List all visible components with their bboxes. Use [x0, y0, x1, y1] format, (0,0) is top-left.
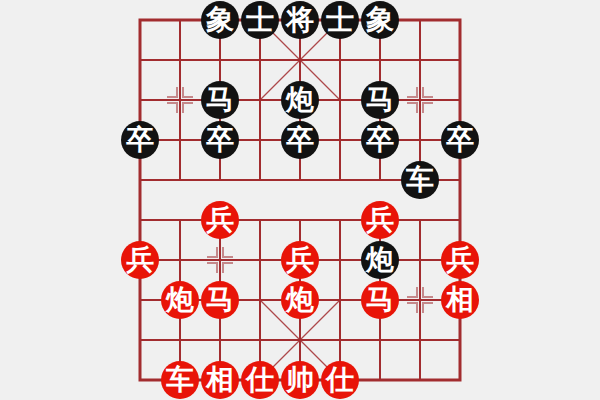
board-point-4-4[interactable] [280, 160, 320, 200]
black-soldier[interactable]: 卒 [121, 121, 159, 159]
red-soldier[interactable]: 兵 [281, 241, 319, 279]
board-point-2-3[interactable]: 卒 [200, 120, 240, 160]
board-point-3-8[interactable] [240, 320, 280, 360]
board-point-7-9[interactable] [400, 360, 440, 400]
board-point-5-7[interactable] [320, 280, 360, 320]
board-point-1-7[interactable]: 炮 [160, 280, 200, 320]
point-marker-corner [182, 87, 193, 98]
board-point-4-8[interactable] [280, 320, 320, 360]
point-marker-corner [422, 87, 433, 98]
black-advisor[interactable]: 士 [241, 1, 279, 39]
board-point-7-7[interactable] [400, 280, 440, 320]
board-point-6-4[interactable] [360, 160, 400, 200]
board-point-8-2[interactable] [440, 80, 480, 120]
black-elephant[interactable]: 象 [201, 1, 239, 39]
board-point-3-6[interactable] [240, 240, 280, 280]
board-point-2-1[interactable] [200, 40, 240, 80]
point-marker-corner [167, 87, 178, 98]
point-marker-corner [207, 262, 218, 273]
board-point-0-2[interactable] [120, 80, 160, 120]
board-point-4-1[interactable] [280, 40, 320, 80]
black-cannon[interactable]: 炮 [361, 241, 399, 279]
point-marker-corner [222, 262, 233, 273]
black-chariot[interactable]: 车 [401, 161, 439, 199]
board-point-7-8[interactable] [400, 320, 440, 360]
red-elephant[interactable]: 相 [201, 361, 239, 399]
red-soldier[interactable]: 兵 [361, 201, 399, 239]
board-point-0-9[interactable] [120, 360, 160, 400]
board-point-1-1[interactable] [160, 40, 200, 80]
black-general[interactable]: 将 [281, 1, 319, 39]
point-marker-corner [407, 87, 418, 98]
red-advisor[interactable]: 仕 [241, 361, 279, 399]
board-point-6-8[interactable] [360, 320, 400, 360]
board-point-8-9[interactable] [440, 360, 480, 400]
black-elephant[interactable]: 象 [361, 1, 399, 39]
black-soldier[interactable]: 卒 [201, 121, 239, 159]
board-point-6-2[interactable]: 马 [360, 80, 400, 120]
board-point-4-2[interactable]: 炮 [280, 80, 320, 120]
board-point-4-5[interactable] [280, 200, 320, 240]
board-point-8-5[interactable] [440, 200, 480, 240]
point-marker-corner [407, 102, 418, 113]
point-marker [167, 87, 193, 113]
black-horse[interactable]: 马 [361, 81, 399, 119]
board-point-0-4[interactable] [120, 160, 160, 200]
point-marker-corner [422, 302, 433, 313]
board-point-5-6[interactable] [320, 240, 360, 280]
board-point-0-8[interactable] [120, 320, 160, 360]
board-point-4-7[interactable]: 炮 [280, 280, 320, 320]
board-point-6-5[interactable]: 兵 [360, 200, 400, 240]
board-point-4-0[interactable]: 将 [280, 0, 320, 40]
board-point-2-7[interactable]: 马 [200, 280, 240, 320]
board-point-1-4[interactable] [160, 160, 200, 200]
black-soldier[interactable]: 卒 [281, 121, 319, 159]
board-point-7-2[interactable] [400, 80, 440, 120]
black-advisor[interactable]: 士 [321, 1, 359, 39]
point-marker-corner [407, 287, 418, 298]
board-point-7-1[interactable] [400, 40, 440, 80]
point-marker-corner [167, 102, 178, 113]
black-horse[interactable]: 马 [201, 81, 239, 119]
board-point-4-3[interactable]: 卒 [280, 120, 320, 160]
board-point-0-7[interactable] [120, 280, 160, 320]
board-point-0-3[interactable]: 卒 [120, 120, 160, 160]
point-marker [407, 87, 433, 113]
board-point-6-6[interactable]: 炮 [360, 240, 400, 280]
board-point-2-0[interactable]: 象 [200, 0, 240, 40]
board-point-1-5[interactable] [160, 200, 200, 240]
board-point-4-9[interactable]: 帅 [280, 360, 320, 400]
board-point-5-3[interactable] [320, 120, 360, 160]
board-point-8-0[interactable] [440, 0, 480, 40]
red-cannon[interactable]: 炮 [161, 281, 199, 319]
black-soldier[interactable]: 卒 [361, 121, 399, 159]
point-marker [407, 287, 433, 313]
board-point-6-7[interactable]: 马 [360, 280, 400, 320]
red-cannon[interactable]: 炮 [281, 281, 319, 319]
board-point-6-9[interactable] [360, 360, 400, 400]
board-point-5-9[interactable]: 仕 [320, 360, 360, 400]
board-point-1-6[interactable] [160, 240, 200, 280]
board-point-3-7[interactable] [240, 280, 280, 320]
board-point-8-8[interactable] [440, 320, 480, 360]
board-point-0-1[interactable] [120, 40, 160, 80]
board-point-5-1[interactable] [320, 40, 360, 80]
board-point-2-2[interactable]: 马 [200, 80, 240, 120]
point-marker-corner [407, 302, 418, 313]
board-point-2-5[interactable]: 兵 [200, 200, 240, 240]
red-horse[interactable]: 马 [361, 281, 399, 319]
board-point-7-0[interactable] [400, 0, 440, 40]
board-point-7-6[interactable] [400, 240, 440, 280]
board-point-8-6[interactable]: 兵 [440, 240, 480, 280]
red-soldier[interactable]: 兵 [441, 241, 479, 279]
point-marker [207, 247, 233, 273]
point-marker-corner [207, 247, 218, 258]
board-point-1-3[interactable] [160, 120, 200, 160]
board-point-6-0[interactable]: 象 [360, 0, 400, 40]
board-point-4-6[interactable]: 兵 [280, 240, 320, 280]
board-point-7-4[interactable]: 车 [400, 160, 440, 200]
red-chariot[interactable]: 车 [161, 361, 199, 399]
red-soldier[interactable]: 兵 [121, 241, 159, 279]
board-point-0-5[interactable] [120, 200, 160, 240]
black-cannon[interactable]: 炮 [281, 81, 319, 119]
xiangqi-board: 象士将士象马炮马卒卒卒卒卒车兵兵兵兵炮兵炮马炮马相车相仕帅仕 [0, 0, 600, 400]
board-point-2-8[interactable] [200, 320, 240, 360]
board-point-2-4[interactable] [200, 160, 240, 200]
red-advisor[interactable]: 仕 [321, 361, 359, 399]
board-point-5-2[interactable] [320, 80, 360, 120]
board-point-3-1[interactable] [240, 40, 280, 80]
point-marker-corner [182, 102, 193, 113]
board-point-1-0[interactable] [160, 0, 200, 40]
board-point-0-6[interactable]: 兵 [120, 240, 160, 280]
board-point-8-3[interactable]: 卒 [440, 120, 480, 160]
board-point-6-1[interactable] [360, 40, 400, 80]
black-soldier[interactable]: 卒 [441, 121, 479, 159]
board-point-3-0[interactable]: 士 [240, 0, 280, 40]
board-point-8-4[interactable] [440, 160, 480, 200]
board-point-3-9[interactable]: 仕 [240, 360, 280, 400]
board-point-7-3[interactable] [400, 120, 440, 160]
point-marker-corner [222, 247, 233, 258]
board-point-5-4[interactable] [320, 160, 360, 200]
board-point-1-9[interactable]: 车 [160, 360, 200, 400]
board-points-grid: 象士将士象马炮马卒卒卒卒卒车兵兵兵兵炮兵炮马炮马相车相仕帅仕 [120, 0, 480, 400]
board-point-3-4[interactable] [240, 160, 280, 200]
board-point-1-8[interactable] [160, 320, 200, 360]
board-point-6-3[interactable]: 卒 [360, 120, 400, 160]
board-point-3-2[interactable] [240, 80, 280, 120]
board-point-5-8[interactable] [320, 320, 360, 360]
board-point-5-0[interactable]: 士 [320, 0, 360, 40]
board-point-2-6[interactable] [200, 240, 240, 280]
board-point-8-7[interactable]: 相 [440, 280, 480, 320]
red-elephant[interactable]: 相 [441, 281, 479, 319]
board-point-3-3[interactable] [240, 120, 280, 160]
board-point-0-0[interactable] [120, 0, 160, 40]
red-horse[interactable]: 马 [201, 281, 239, 319]
board-point-8-1[interactable] [440, 40, 480, 80]
board-point-1-2[interactable] [160, 80, 200, 120]
board-point-7-5[interactable] [400, 200, 440, 240]
point-marker-corner [422, 287, 433, 298]
board-point-3-5[interactable] [240, 200, 280, 240]
red-king[interactable]: 帅 [281, 361, 319, 399]
red-soldier[interactable]: 兵 [201, 201, 239, 239]
point-marker-corner [422, 102, 433, 113]
board-point-2-9[interactable]: 相 [200, 360, 240, 400]
board-point-5-5[interactable] [320, 200, 360, 240]
